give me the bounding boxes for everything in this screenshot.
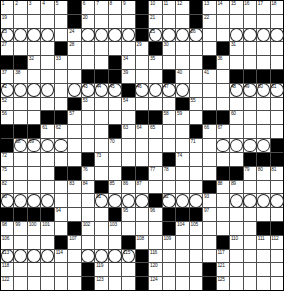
cell-r16c7[interactable] (82, 208, 94, 221)
cell-r11c12[interactable] (149, 139, 161, 152)
cell-r14c4[interactable] (41, 181, 53, 194)
cell-r11c11[interactable] (136, 139, 148, 152)
cell-r14c12[interactable] (149, 181, 161, 194)
cell-r19c9[interactable] (109, 250, 121, 263)
cell-r8c20[interactable] (257, 98, 269, 111)
cell-r10c6[interactable] (68, 125, 80, 138)
cell-r9c19[interactable] (244, 111, 256, 124)
cell-r13c4[interactable] (41, 167, 53, 180)
cell-r2c4[interactable] (41, 15, 53, 28)
cell-r19c19[interactable] (244, 250, 256, 263)
cell-r13c12[interactable]: 77 (149, 167, 161, 180)
cell-r6c10[interactable]: 39 (122, 70, 134, 83)
cell-r18c11[interactable]: 108 (136, 236, 148, 249)
cell-r19c1[interactable]: 113 (1, 250, 13, 263)
cell-r14c20[interactable] (257, 181, 269, 194)
cell-r2c18[interactable] (230, 15, 242, 28)
cell-r14c21[interactable] (271, 181, 283, 194)
cell-r12c5[interactable] (55, 153, 67, 166)
cell-r11c4[interactable] (41, 139, 53, 152)
cell-r10c18[interactable] (230, 125, 242, 138)
cell-r8c7[interactable]: 53 (82, 98, 94, 111)
cell-r12c2[interactable] (14, 153, 26, 166)
cell-r8c3[interactable] (28, 98, 40, 111)
cell-r11c20[interactable] (257, 139, 269, 152)
cell-r21c1[interactable]: 122 (1, 277, 13, 290)
cell-r19c16[interactable] (203, 250, 215, 263)
cell-r18c2[interactable] (14, 236, 26, 249)
cell-r19c2[interactable] (14, 250, 26, 263)
cell-r18c9[interactable] (109, 236, 121, 249)
cell-r1c14[interactable]: 12 (176, 1, 188, 14)
cell-r3c10[interactable] (122, 29, 134, 42)
cell-r17c11[interactable] (136, 222, 148, 235)
cell-r20c19[interactable] (244, 263, 256, 276)
cell-r6c16[interactable]: 41 (203, 70, 215, 83)
cell-r7c6[interactable] (68, 84, 80, 97)
cell-r21c6[interactable] (68, 277, 80, 290)
cell-r13c13[interactable]: 78 (163, 167, 175, 180)
cell-r12c1[interactable]: 72 (1, 153, 13, 166)
cell-r19c13[interactable] (163, 250, 175, 263)
cell-r18c14[interactable] (176, 236, 188, 249)
cell-r18c16[interactable] (203, 236, 215, 249)
cell-r2c1[interactable]: 19 (1, 15, 13, 28)
cell-r20c1[interactable]: 118 (1, 263, 13, 276)
cell-r14c5[interactable] (55, 181, 67, 194)
cell-r21c10[interactable] (122, 277, 134, 290)
cell-r5c20[interactable] (257, 56, 269, 69)
cell-r17c14[interactable]: 104 (176, 222, 188, 235)
cell-r17c18[interactable] (230, 222, 242, 235)
cell-r21c9[interactable] (109, 277, 121, 290)
cell-r6c2[interactable]: 38 (14, 70, 26, 83)
cell-r3c21[interactable] (271, 29, 283, 42)
cell-r12c15[interactable] (190, 153, 202, 166)
cell-r15c21[interactable] (271, 194, 283, 207)
cell-r15c5[interactable] (55, 194, 67, 207)
cell-r5c21[interactable] (271, 56, 283, 69)
cell-r4c11[interactable]: 29 (136, 42, 148, 55)
cell-r10c10[interactable]: 63 (122, 125, 134, 138)
cell-r7c7[interactable]: 43 (82, 84, 94, 97)
cell-r14c10[interactable]: 86 (122, 181, 134, 194)
cell-r11c5[interactable] (55, 139, 67, 152)
cell-r12c18[interactable] (230, 153, 242, 166)
cell-r1c3[interactable]: 3 (28, 1, 40, 14)
cell-r9c9[interactable] (109, 111, 121, 124)
cell-r7c12[interactable] (149, 84, 161, 97)
cell-r11c14[interactable] (176, 139, 188, 152)
cell-r10c12[interactable]: 65 (149, 125, 161, 138)
cell-r4c14[interactable] (176, 42, 188, 55)
cell-r21c17[interactable]: 125 (217, 277, 229, 290)
cell-r11c16[interactable] (203, 139, 215, 152)
cell-r4c13[interactable]: 30 (163, 42, 175, 55)
cell-r5c13[interactable] (163, 56, 175, 69)
cell-r18c18[interactable]: 110 (230, 236, 242, 249)
cell-r17c1[interactable]: 98 (1, 222, 13, 235)
cell-r4c16[interactable] (203, 42, 215, 55)
cell-r4c20[interactable] (257, 42, 269, 55)
cell-r18c12[interactable] (149, 236, 161, 249)
cell-r14c18[interactable]: 89 (230, 181, 242, 194)
cell-r3c8[interactable] (95, 29, 107, 42)
cell-r20c2[interactable] (14, 263, 26, 276)
cell-r5c10[interactable]: 34 (122, 56, 134, 69)
cell-r2c3[interactable] (28, 15, 40, 28)
cell-r14c9[interactable]: 85 (109, 181, 121, 194)
cell-r5c12[interactable]: 35 (149, 56, 161, 69)
cell-r13c3[interactable] (28, 167, 40, 180)
cell-r18c13[interactable]: 109 (163, 236, 175, 249)
cell-r19c3[interactable] (28, 250, 40, 263)
cell-r11c8[interactable] (95, 139, 107, 152)
cell-r9c10[interactable] (122, 111, 134, 124)
cell-r20c13[interactable] (163, 263, 175, 276)
cell-r21c12[interactable]: 124 (149, 277, 161, 290)
cell-r21c20[interactable] (257, 277, 269, 290)
cell-r19c10[interactable]: 115 (122, 250, 134, 263)
cell-r2c12[interactable]: 21 (149, 15, 161, 28)
cell-r4c2[interactable] (14, 42, 26, 55)
cell-r15c19[interactable] (244, 194, 256, 207)
cell-r19c20[interactable] (257, 250, 269, 263)
cell-r3c18[interactable] (230, 29, 242, 42)
cell-r18c21[interactable]: 112 (271, 236, 283, 249)
cell-r5c14[interactable] (176, 56, 188, 69)
cell-r7c3[interactable] (28, 84, 40, 97)
cell-r8c17[interactable] (217, 98, 229, 111)
cell-r11c6[interactable] (68, 139, 80, 152)
cell-r10c14[interactable] (176, 125, 188, 138)
cell-r12c12[interactable] (149, 153, 161, 166)
cell-r20c17[interactable]: 121 (217, 263, 229, 276)
cell-r18c4[interactable] (41, 236, 53, 249)
cell-r10c19[interactable] (244, 125, 256, 138)
cell-r5c11[interactable] (136, 56, 148, 69)
cell-r15c3[interactable] (28, 194, 40, 207)
cell-r3c16[interactable] (203, 29, 215, 42)
cell-r16c11[interactable] (136, 208, 148, 221)
cell-r21c15[interactable] (190, 277, 202, 290)
cell-r21c4[interactable] (41, 277, 53, 290)
cell-r15c13[interactable]: 92 (163, 194, 175, 207)
cell-r8c12[interactable] (149, 98, 161, 111)
cell-r7c13[interactable]: 47 (163, 84, 175, 97)
cell-r6c14[interactable]: 40 (176, 70, 188, 83)
cell-r6c17[interactable] (217, 70, 229, 83)
cell-r5c7[interactable] (82, 56, 94, 69)
cell-r14c3[interactable] (28, 181, 40, 194)
cell-r15c14[interactable] (176, 194, 188, 207)
cell-r10c21[interactable] (271, 125, 283, 138)
cell-r10c20[interactable] (257, 125, 269, 138)
cell-r19c17[interactable]: 117 (217, 250, 229, 263)
cell-r10c7[interactable] (82, 125, 94, 138)
cell-r19c18[interactable] (230, 250, 242, 263)
cell-r11c18[interactable] (230, 139, 242, 152)
cell-r5c5[interactable]: 33 (55, 56, 67, 69)
cell-r1c5[interactable]: 5 (55, 1, 67, 14)
cell-r17c2[interactable]: 99 (14, 222, 26, 235)
cell-r9c8[interactable] (95, 111, 107, 124)
cell-r21c19[interactable] (244, 277, 256, 290)
cell-r1c12[interactable]: 10 (149, 1, 161, 14)
cell-r12c6[interactable] (68, 153, 80, 166)
cell-r2c7[interactable]: 20 (82, 15, 94, 28)
cell-r9c20[interactable] (257, 111, 269, 124)
cell-r8c18[interactable] (230, 98, 242, 111)
cell-r16c19[interactable] (244, 208, 256, 221)
cell-r14c7[interactable]: 84 (82, 181, 94, 194)
cell-r20c20[interactable] (257, 263, 269, 276)
cell-r15c11[interactable] (136, 194, 148, 207)
cell-r2c20[interactable] (257, 15, 269, 28)
cell-r5c4[interactable] (41, 56, 53, 69)
cell-r14c6[interactable]: 83 (68, 181, 80, 194)
cell-r20c6[interactable] (68, 263, 80, 276)
cell-r1c20[interactable]: 17 (257, 1, 269, 14)
cell-r14c15[interactable] (190, 181, 202, 194)
cell-r21c21[interactable] (271, 277, 283, 290)
cell-r8c4[interactable] (41, 98, 53, 111)
cell-r13c7[interactable]: 76 (82, 167, 94, 180)
cell-r2c16[interactable]: 22 (203, 15, 215, 28)
cell-r3c3[interactable] (28, 29, 40, 42)
cell-r15c6[interactable] (68, 194, 80, 207)
cell-r16c10[interactable]: 95 (122, 208, 134, 221)
cell-r16c6[interactable] (68, 208, 80, 221)
cell-r2c13[interactable] (163, 15, 175, 28)
cell-r15c16[interactable]: 93 (203, 194, 215, 207)
cell-r12c9[interactable] (109, 153, 121, 166)
cell-r11c2[interactable]: 68 (14, 139, 26, 152)
cell-r16c12[interactable]: 96 (149, 208, 161, 221)
cell-r4c3[interactable] (28, 42, 40, 55)
cell-r21c3[interactable] (28, 277, 40, 290)
cell-r19c14[interactable] (176, 250, 188, 263)
cell-r12c8[interactable]: 73 (95, 153, 107, 166)
cell-r1c17[interactable]: 14 (217, 1, 229, 14)
cell-r1c4[interactable]: 4 (41, 1, 53, 14)
cell-r17c4[interactable]: 101 (41, 222, 53, 235)
cell-r7c11[interactable]: 46 (136, 84, 148, 97)
cell-r6c12[interactable] (149, 70, 161, 83)
cell-r15c1[interactable]: 90 (1, 194, 13, 207)
cell-r13c14[interactable] (176, 167, 188, 180)
cell-r17c17[interactable] (217, 222, 229, 235)
cell-r13c19[interactable]: 79 (244, 167, 256, 180)
cell-r17c19[interactable] (244, 222, 256, 235)
cell-r16c17[interactable] (217, 208, 229, 221)
cell-r7c16[interactable] (203, 84, 215, 97)
cell-r14c1[interactable]: 82 (1, 181, 13, 194)
cell-r5c6[interactable] (68, 56, 80, 69)
cell-r13c1[interactable]: 75 (1, 167, 13, 180)
cell-r7c21[interactable]: 51 (271, 84, 283, 97)
cell-r19c5[interactable]: 114 (55, 250, 67, 263)
cell-r12c17[interactable] (217, 153, 229, 166)
cell-r18c7[interactable] (82, 236, 94, 249)
cell-r7c17[interactable] (217, 84, 229, 97)
cell-r12c16[interactable] (203, 153, 215, 166)
cell-r18c19[interactable] (244, 236, 256, 249)
cell-r10c16[interactable]: 66 (203, 125, 215, 138)
cell-r20c18[interactable] (230, 263, 242, 276)
cell-r1c21[interactable]: 18 (271, 1, 283, 14)
cell-r15c17[interactable] (217, 194, 229, 207)
cell-r5c15[interactable] (190, 56, 202, 69)
cell-r17c7[interactable]: 102 (82, 222, 94, 235)
cell-r11c19[interactable] (244, 139, 256, 152)
cell-r3c17[interactable] (217, 29, 229, 42)
cell-r11c13[interactable] (163, 139, 175, 152)
cell-r9c1[interactable]: 56 (1, 111, 13, 124)
cell-r8c5[interactable] (55, 98, 67, 111)
cell-r2c9[interactable] (109, 15, 121, 28)
cell-r3c20[interactable] (257, 29, 269, 42)
cell-r6c1[interactable]: 37 (1, 70, 13, 83)
cell-r17c3[interactable]: 100 (28, 222, 40, 235)
cell-r17c16[interactable] (203, 222, 215, 235)
cell-r7c20[interactable]: 50 (257, 84, 269, 97)
cell-r20c15[interactable] (190, 263, 202, 276)
cell-r12c3[interactable] (28, 153, 40, 166)
cell-r16c21[interactable] (271, 208, 283, 221)
cell-r1c8[interactable]: 7 (95, 1, 107, 14)
cell-r7c1[interactable]: 42 (1, 84, 13, 97)
cell-r12c4[interactable] (41, 153, 53, 166)
cell-r19c4[interactable] (41, 250, 53, 263)
cell-r14c11[interactable]: 87 (136, 181, 148, 194)
cell-r4c1[interactable]: 27 (1, 42, 13, 55)
cell-r14c2[interactable] (14, 181, 26, 194)
cell-r8c2[interactable] (14, 98, 26, 111)
cell-r9c3[interactable] (28, 111, 40, 124)
cell-r6c15[interactable] (190, 70, 202, 83)
cell-r5c3[interactable]: 32 (28, 56, 40, 69)
cell-r3c2[interactable] (14, 29, 26, 42)
cell-r2c8[interactable] (95, 15, 107, 28)
cell-r7c19[interactable]: 49 (244, 84, 256, 97)
cell-r6c6[interactable] (68, 70, 80, 83)
cell-r16c16[interactable]: 97 (203, 208, 215, 221)
cell-r21c13[interactable] (163, 277, 175, 290)
cell-r21c18[interactable] (230, 277, 242, 290)
cell-r3c13[interactable] (163, 29, 175, 42)
cell-r17c5[interactable] (55, 222, 67, 235)
cell-r1c1[interactable]: 1 (1, 1, 13, 14)
cell-r7c5[interactable] (55, 84, 67, 97)
cell-r15c20[interactable] (257, 194, 269, 207)
cell-r6c5[interactable] (55, 70, 67, 83)
cell-r10c13[interactable] (163, 125, 175, 138)
cell-r8c21[interactable] (271, 98, 283, 111)
cell-r20c10[interactable] (122, 263, 134, 276)
cell-r5c18[interactable] (230, 56, 242, 69)
cell-r1c18[interactable]: 15 (230, 1, 242, 14)
cell-r14c14[interactable] (176, 181, 188, 194)
cell-r7c2[interactable] (14, 84, 26, 97)
cell-r8c19[interactable] (244, 98, 256, 111)
cell-r1c10[interactable]: 9 (122, 1, 134, 14)
cell-r18c15[interactable] (190, 236, 202, 249)
cell-r15c9[interactable] (109, 194, 121, 207)
cell-r20c3[interactable] (28, 263, 40, 276)
cell-r4c15[interactable] (190, 42, 202, 55)
cell-r7c18[interactable]: 48 (230, 84, 242, 97)
cell-r10c11[interactable]: 64 (136, 125, 148, 138)
cell-r9c7[interactable] (82, 111, 94, 124)
cell-r4c6[interactable]: 28 (68, 42, 80, 55)
cell-r9c13[interactable]: 58 (163, 111, 175, 124)
cell-r6c3[interactable] (28, 70, 40, 83)
cell-r3c15[interactable]: 26 (190, 29, 202, 42)
cell-r11c3[interactable]: 69 (28, 139, 40, 152)
cell-r4c10[interactable] (122, 42, 134, 55)
cell-r2c21[interactable] (271, 15, 283, 28)
cell-r17c15[interactable]: 105 (190, 222, 202, 235)
cell-r19c12[interactable]: 116 (149, 250, 161, 263)
cell-r19c21[interactable] (271, 250, 283, 263)
cell-r9c18[interactable]: 60 (230, 111, 242, 124)
cell-r5c19[interactable] (244, 56, 256, 69)
cell-r7c4[interactable] (41, 84, 53, 97)
cell-r8c13[interactable] (163, 98, 175, 111)
cell-r2c2[interactable] (14, 15, 26, 28)
cell-r14c19[interactable] (244, 181, 256, 194)
cell-r16c5[interactable]: 94 (55, 208, 67, 221)
cell-r15c18[interactable] (230, 194, 242, 207)
cell-r3c19[interactable] (244, 29, 256, 42)
cell-r4c4[interactable] (41, 42, 53, 55)
cell-r20c5[interactable] (55, 263, 67, 276)
cell-r3c6[interactable]: 24 (68, 29, 80, 42)
cell-r6c11[interactable] (136, 70, 148, 83)
cell-r8c16[interactable] (203, 98, 215, 111)
cell-r19c8[interactable] (95, 250, 107, 263)
cell-r11c10[interactable] (122, 139, 134, 152)
cell-r3c12[interactable]: 25 (149, 29, 161, 42)
cell-r4c18[interactable]: 31 (230, 42, 242, 55)
cell-r1c9[interactable]: 8 (109, 1, 121, 14)
cell-r16c18[interactable] (230, 208, 242, 221)
cell-r20c12[interactable]: 120 (149, 263, 161, 276)
cell-r14c13[interactable] (163, 181, 175, 194)
cell-r9c15[interactable] (190, 111, 202, 124)
cell-r4c9[interactable] (109, 42, 121, 55)
cell-r10c17[interactable]: 67 (217, 125, 229, 138)
cell-r3c5[interactable] (55, 29, 67, 42)
cell-r7c8[interactable]: 44 (95, 84, 107, 97)
cell-r21c2[interactable] (14, 277, 26, 290)
cell-r10c4[interactable]: 61 (41, 125, 53, 138)
cell-r19c6[interactable] (68, 250, 80, 263)
cell-r14c17[interactable]: 88 (217, 181, 229, 194)
cell-r1c19[interactable]: 16 (244, 1, 256, 14)
cell-r9c2[interactable] (14, 111, 26, 124)
cell-r3c14[interactable] (176, 29, 188, 42)
cell-r15c15[interactable] (190, 194, 202, 207)
cell-r11c9[interactable]: 70 (109, 139, 121, 152)
cell-r16c8[interactable] (95, 208, 107, 221)
cell-r15c8[interactable]: 91 (95, 194, 107, 207)
cell-r13c21[interactable]: 81 (271, 167, 283, 180)
cell-r21c8[interactable]: 123 (95, 277, 107, 290)
cell-r12c14[interactable]: 74 (176, 153, 188, 166)
cell-r2c5[interactable] (55, 15, 67, 28)
